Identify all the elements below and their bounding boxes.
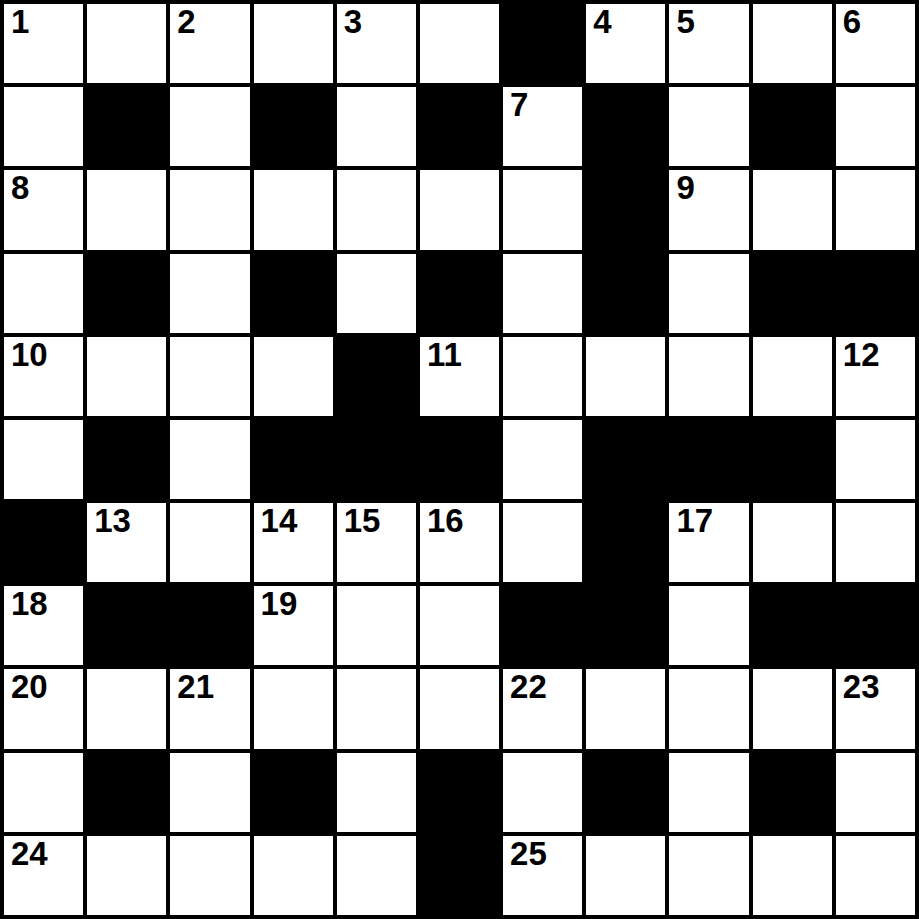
white-cell-r3c3[interactable] [170,170,249,249]
white-cell-r3c11[interactable] [836,170,915,249]
white-cell-r1c11[interactable]: 6 [836,4,915,83]
white-cell-r3c1[interactable]: 8 [4,170,83,249]
black-cell-r11c6 [420,836,499,915]
clue-number-8: 8 [11,171,29,206]
white-cell-r1c1[interactable]: 1 [4,4,83,83]
white-cell-r7c6[interactable]: 16 [420,503,499,582]
white-cell-r3c5[interactable] [337,170,416,249]
white-cell-r7c11[interactable] [836,503,915,582]
white-cell-r5c6[interactable]: 11 [420,337,499,416]
clue-number-2: 2 [177,5,195,40]
clue-number-10: 10 [11,338,48,373]
white-cell-r8c6[interactable] [420,586,499,665]
black-cell-r2c6 [420,87,499,166]
white-cell-r2c1[interactable] [4,87,83,166]
white-cell-r7c4[interactable]: 14 [254,503,333,582]
white-cell-r10c11[interactable] [836,753,915,832]
white-cell-r11c8[interactable] [586,836,665,915]
white-cell-r9c9[interactable] [669,669,748,748]
white-cell-r4c1[interactable] [4,254,83,333]
black-cell-r4c10 [753,254,832,333]
black-cell-r7c1 [4,503,83,582]
white-cell-r10c3[interactable] [170,753,249,832]
black-cell-r10c2 [87,753,166,832]
white-cell-r11c11[interactable] [836,836,915,915]
white-cell-r9c11[interactable]: 23 [836,669,915,748]
clue-number-12: 12 [843,338,880,373]
white-cell-r9c8[interactable] [586,669,665,748]
clue-number-24: 24 [11,837,48,872]
clue-number-14: 14 [261,504,298,539]
white-cell-r7c5[interactable]: 15 [337,503,416,582]
black-cell-r10c8 [586,753,665,832]
black-cell-r1c7 [503,4,582,83]
black-cell-r10c6 [420,753,499,832]
white-cell-r3c6[interactable] [420,170,499,249]
white-cell-r6c7[interactable] [503,420,582,499]
white-cell-r5c9[interactable] [669,337,748,416]
white-cell-r9c4[interactable] [254,669,333,748]
white-cell-r11c10[interactable] [753,836,832,915]
black-cell-r10c10 [753,753,832,832]
white-cell-r1c3[interactable]: 2 [170,4,249,83]
black-cell-r4c2 [87,254,166,333]
black-cell-r6c9 [669,420,748,499]
white-cell-r9c3[interactable]: 21 [170,669,249,748]
white-cell-r9c2[interactable] [87,669,166,748]
white-cell-r9c1[interactable]: 20 [4,669,83,748]
clue-number-6: 6 [843,5,861,40]
white-cell-r8c4[interactable]: 19 [254,586,333,665]
white-cell-r5c1[interactable]: 10 [4,337,83,416]
clue-number-13: 13 [94,504,131,539]
white-cell-r9c5[interactable] [337,669,416,748]
black-cell-r8c8 [586,586,665,665]
white-cell-r11c4[interactable] [254,836,333,915]
white-cell-r1c6[interactable] [420,4,499,83]
black-cell-r8c10 [753,586,832,665]
white-cell-r9c10[interactable] [753,669,832,748]
clue-number-3: 3 [344,5,362,40]
white-cell-r9c7[interactable]: 22 [503,669,582,748]
white-cell-r8c9[interactable] [669,586,748,665]
white-cell-r6c3[interactable] [170,420,249,499]
white-cell-r10c9[interactable] [669,753,748,832]
clue-number-5: 5 [676,5,694,40]
clue-number-1: 1 [11,5,29,40]
white-cell-r2c11[interactable] [836,87,915,166]
white-cell-r3c2[interactable] [87,170,166,249]
black-cell-r4c11 [836,254,915,333]
white-cell-r4c7[interactable] [503,254,582,333]
clue-number-11: 11 [427,338,462,373]
white-cell-r7c3[interactable] [170,503,249,582]
white-cell-r4c3[interactable] [170,254,249,333]
white-cell-r2c7[interactable]: 7 [503,87,582,166]
white-cell-r3c10[interactable] [753,170,832,249]
black-cell-r8c11 [836,586,915,665]
clue-number-18: 18 [11,587,48,622]
white-cell-r5c3[interactable] [170,337,249,416]
black-cell-r10c4 [254,753,333,832]
white-cell-r2c9[interactable] [669,87,748,166]
black-cell-r6c6 [420,420,499,499]
white-cell-r8c1[interactable]: 18 [4,586,83,665]
black-cell-r2c10 [753,87,832,166]
white-cell-r6c11[interactable] [836,420,915,499]
clue-number-17: 17 [676,504,713,539]
clue-number-16: 16 [427,504,464,539]
white-cell-r6c1[interactable] [4,420,83,499]
black-cell-r7c8 [586,503,665,582]
clue-number-4: 4 [593,5,611,40]
black-cell-r6c8 [586,420,665,499]
white-cell-r3c9[interactable]: 9 [669,170,748,249]
white-cell-r11c3[interactable] [170,836,249,915]
clue-number-19: 19 [261,587,298,622]
black-cell-r6c5 [337,420,416,499]
white-cell-r5c7[interactable] [503,337,582,416]
white-cell-r7c2[interactable]: 13 [87,503,166,582]
black-cell-r3c8 [586,170,665,249]
black-cell-r5c5 [337,337,416,416]
white-cell-r5c11[interactable]: 12 [836,337,915,416]
clue-number-21: 21 [177,670,214,705]
black-cell-r6c4 [254,420,333,499]
clue-number-25: 25 [510,837,547,872]
white-cell-r10c1[interactable] [4,753,83,832]
white-cell-r1c8[interactable]: 4 [586,4,665,83]
white-cell-r4c5[interactable] [337,254,416,333]
white-cell-r10c5[interactable] [337,753,416,832]
black-cell-r2c4 [254,87,333,166]
black-cell-r2c8 [586,87,665,166]
white-cell-r1c2[interactable] [87,4,166,83]
white-cell-r2c3[interactable] [170,87,249,166]
black-cell-r8c3 [170,586,249,665]
clue-number-22: 22 [510,670,547,705]
white-cell-r7c9[interactable]: 17 [669,503,748,582]
black-cell-r4c8 [586,254,665,333]
white-cell-r1c5[interactable]: 3 [337,4,416,83]
clue-number-9: 9 [676,171,694,206]
black-cell-r6c2 [87,420,166,499]
white-cell-r10c7[interactable] [503,753,582,832]
white-cell-r8c5[interactable] [337,586,416,665]
crossword-board: 1234567891011121314151617181920212223242… [0,0,919,919]
white-cell-r7c7[interactable] [503,503,582,582]
clue-number-23: 23 [843,670,880,705]
black-cell-r2c2 [87,87,166,166]
white-cell-r11c9[interactable] [669,836,748,915]
clue-number-7: 7 [510,88,528,123]
white-cell-r7c10[interactable] [753,503,832,582]
white-cell-r1c9[interactable]: 5 [669,4,748,83]
clue-number-20: 20 [11,670,48,705]
white-cell-r5c4[interactable] [254,337,333,416]
white-cell-r5c8[interactable] [586,337,665,416]
black-cell-r4c4 [254,254,333,333]
black-cell-r4c6 [420,254,499,333]
black-cell-r8c7 [503,586,582,665]
white-cell-r2c5[interactable] [337,87,416,166]
white-cell-r3c7[interactable] [503,170,582,249]
white-cell-r4c9[interactable] [669,254,748,333]
white-cell-r9c6[interactable] [420,669,499,748]
white-cell-r11c2[interactable] [87,836,166,915]
white-cell-r11c7[interactable]: 25 [503,836,582,915]
white-cell-r1c4[interactable] [254,4,333,83]
black-cell-r8c2 [87,586,166,665]
white-cell-r1c10[interactable] [753,4,832,83]
black-cell-r6c10 [753,420,832,499]
white-cell-r5c2[interactable] [87,337,166,416]
white-cell-r3c4[interactable] [254,170,333,249]
white-cell-r11c5[interactable] [337,836,416,915]
clue-number-15: 15 [344,504,381,539]
white-cell-r11c1[interactable]: 24 [4,836,83,915]
white-cell-r5c10[interactable] [753,337,832,416]
